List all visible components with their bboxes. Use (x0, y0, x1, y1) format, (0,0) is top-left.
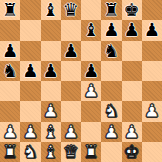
square-h2[interactable] (142, 122, 162, 142)
chess-board-container: ♜♝♛♜♚♝♟♟♟♟♟♞♞♟♟♟♟♟♞♟♟♟♝♟♟♟♜♞♝♛♜♚ (0, 0, 162, 162)
piece-black-pawn: ♟ (2, 41, 18, 59)
piece-white-bishop: ♝ (43, 142, 59, 160)
square-f3[interactable]: ♞ (101, 101, 121, 121)
square-g7[interactable]: ♟ (122, 20, 142, 40)
square-g5[interactable] (122, 61, 142, 81)
piece-black-rook: ♜ (103, 1, 119, 19)
square-a7[interactable] (0, 20, 20, 40)
piece-black-king: ♚ (124, 1, 140, 19)
square-e5[interactable]: ♟ (81, 61, 101, 81)
square-a6[interactable]: ♟ (0, 41, 20, 61)
square-d3[interactable] (61, 101, 81, 121)
piece-black-pawn: ♟ (144, 21, 160, 39)
square-c6[interactable] (41, 41, 61, 61)
piece-white-rook: ♜ (2, 142, 18, 160)
piece-black-bishop: ♝ (83, 21, 99, 39)
piece-black-queen: ♛ (63, 1, 79, 19)
square-f4[interactable] (101, 81, 121, 101)
square-h4[interactable] (142, 81, 162, 101)
square-e4[interactable]: ♟ (81, 81, 101, 101)
square-c4[interactable] (41, 81, 61, 101)
square-f8[interactable]: ♜ (101, 0, 121, 20)
square-d6[interactable]: ♟ (61, 41, 81, 61)
square-a4[interactable] (0, 81, 20, 101)
piece-black-pawn: ♟ (43, 61, 59, 79)
piece-black-knight: ♞ (2, 61, 18, 79)
piece-white-pawn: ♟ (83, 82, 99, 100)
square-b7[interactable] (20, 20, 40, 40)
square-d7[interactable] (61, 20, 81, 40)
piece-white-pawn: ♟ (2, 122, 18, 140)
piece-black-pawn: ♟ (22, 61, 38, 79)
piece-white-queen: ♛ (63, 142, 79, 160)
chess-board: ♜♝♛♜♚♝♟♟♟♟♟♞♞♟♟♟♟♟♞♟♟♟♝♟♟♟♜♞♝♛♜♚ (0, 0, 162, 162)
square-f1[interactable] (101, 142, 121, 162)
square-e3[interactable] (81, 101, 101, 121)
square-f2[interactable]: ♟ (101, 122, 121, 142)
square-c8[interactable]: ♝ (41, 0, 61, 20)
square-b8[interactable] (20, 0, 40, 20)
square-d5[interactable] (61, 61, 81, 81)
square-e6[interactable] (81, 41, 101, 61)
square-b4[interactable] (20, 81, 40, 101)
square-d2[interactable]: ♟ (61, 122, 81, 142)
square-c2[interactable]: ♝ (41, 122, 61, 142)
piece-white-knight: ♞ (22, 142, 38, 160)
piece-black-pawn: ♟ (83, 61, 99, 79)
piece-white-pawn: ♟ (124, 122, 140, 140)
square-h6[interactable] (142, 41, 162, 61)
piece-black-pawn: ♟ (103, 21, 119, 39)
square-e7[interactable]: ♝ (81, 20, 101, 40)
square-f5[interactable] (101, 61, 121, 81)
piece-white-knight: ♞ (103, 102, 119, 120)
square-b5[interactable]: ♟ (20, 61, 40, 81)
square-d8[interactable]: ♛ (61, 0, 81, 20)
piece-black-knight: ♞ (103, 41, 119, 59)
square-g3[interactable] (122, 101, 142, 121)
piece-white-pawn: ♟ (22, 122, 38, 140)
square-c1[interactable]: ♝ (41, 142, 61, 162)
square-h1[interactable] (142, 142, 162, 162)
square-d4[interactable] (61, 81, 81, 101)
square-b6[interactable] (20, 41, 40, 61)
square-b3[interactable] (20, 101, 40, 121)
square-b1[interactable]: ♞ (20, 142, 40, 162)
piece-white-pawn: ♟ (103, 122, 119, 140)
piece-black-bishop: ♝ (43, 1, 59, 19)
piece-white-king: ♚ (124, 142, 140, 160)
square-c5[interactable]: ♟ (41, 61, 61, 81)
square-f6[interactable]: ♞ (101, 41, 121, 61)
square-c3[interactable]: ♟ (41, 101, 61, 121)
square-a8[interactable]: ♜ (0, 0, 20, 20)
piece-white-bishop: ♝ (43, 122, 59, 140)
square-a5[interactable]: ♞ (0, 61, 20, 81)
square-c7[interactable] (41, 20, 61, 40)
square-g2[interactable]: ♟ (122, 122, 142, 142)
piece-white-pawn: ♟ (63, 122, 79, 140)
square-b2[interactable]: ♟ (20, 122, 40, 142)
square-h5[interactable] (142, 61, 162, 81)
square-h7[interactable]: ♟ (142, 20, 162, 40)
square-h8[interactable] (142, 0, 162, 20)
piece-black-rook: ♜ (2, 1, 18, 19)
piece-white-pawn: ♟ (144, 102, 160, 120)
square-e8[interactable] (81, 0, 101, 20)
square-a1[interactable]: ♜ (0, 142, 20, 162)
square-e1[interactable]: ♜ (81, 142, 101, 162)
piece-black-pawn: ♟ (124, 21, 140, 39)
square-g8[interactable]: ♚ (122, 0, 142, 20)
square-h3[interactable]: ♟ (142, 101, 162, 121)
square-a2[interactable]: ♟ (0, 122, 20, 142)
piece-black-pawn: ♟ (63, 41, 79, 59)
piece-white-pawn: ♟ (43, 102, 59, 120)
square-d1[interactable]: ♛ (61, 142, 81, 162)
square-e2[interactable] (81, 122, 101, 142)
square-g4[interactable] (122, 81, 142, 101)
square-f7[interactable]: ♟ (101, 20, 121, 40)
square-a3[interactable] (0, 101, 20, 121)
square-g1[interactable]: ♚ (122, 142, 142, 162)
piece-white-rook: ♜ (83, 142, 99, 160)
square-g6[interactable] (122, 41, 142, 61)
